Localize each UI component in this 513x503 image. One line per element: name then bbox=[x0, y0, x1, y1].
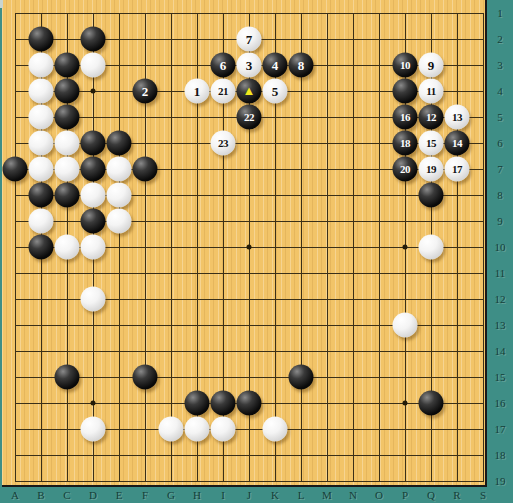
move-number-label: 4 bbox=[272, 59, 279, 72]
grid-line bbox=[353, 13, 354, 482]
stone-white bbox=[29, 105, 54, 130]
stone-black bbox=[81, 131, 106, 156]
move-number-label: 5 bbox=[272, 85, 279, 98]
stone-white: 23 bbox=[211, 131, 236, 156]
move-number-label: 23 bbox=[218, 138, 228, 149]
stone-white bbox=[29, 79, 54, 104]
stone-black: 8 bbox=[289, 53, 314, 78]
stone-white bbox=[81, 235, 106, 260]
move-number-label: 6 bbox=[220, 59, 227, 72]
stone-white: 3 bbox=[237, 53, 262, 78]
stone-white bbox=[263, 417, 288, 442]
stone-white bbox=[81, 183, 106, 208]
column-label: O bbox=[366, 489, 392, 501]
stone-white bbox=[419, 235, 444, 260]
column-label: J bbox=[236, 489, 262, 501]
grid-line bbox=[15, 351, 484, 352]
column-label: F bbox=[132, 489, 158, 501]
move-number-label: 20 bbox=[400, 164, 410, 175]
stone-white: 17 bbox=[445, 157, 470, 182]
move-number-label: 3 bbox=[246, 59, 253, 72]
row-label: 15 bbox=[487, 371, 513, 383]
stone-black: 2 bbox=[133, 79, 158, 104]
go-diagram-window: 763481092121▲5112216121323181514201917 1… bbox=[0, 0, 513, 503]
column-label: E bbox=[106, 489, 132, 501]
stone-white: 13 bbox=[445, 105, 470, 130]
stone-white bbox=[55, 157, 80, 182]
stone-black bbox=[419, 183, 444, 208]
move-number-label: 1 bbox=[194, 85, 201, 98]
stone-black: 10 bbox=[393, 53, 418, 78]
stone-white bbox=[81, 287, 106, 312]
stone-black: 22 bbox=[237, 105, 262, 130]
row-label: 13 bbox=[487, 319, 513, 331]
stone-white bbox=[29, 209, 54, 234]
stone-white: 19 bbox=[419, 157, 444, 182]
column-label: I bbox=[210, 489, 236, 501]
grid-line bbox=[327, 13, 328, 482]
row-label: 1 bbox=[487, 7, 513, 19]
row-label: 16 bbox=[487, 397, 513, 409]
stone-white bbox=[55, 131, 80, 156]
stone-black bbox=[419, 391, 444, 416]
stone-white bbox=[185, 417, 210, 442]
stone-black bbox=[55, 79, 80, 104]
column-label: Q bbox=[418, 489, 444, 501]
stone-white bbox=[29, 53, 54, 78]
stone-black bbox=[55, 183, 80, 208]
column-label: B bbox=[28, 489, 54, 501]
stone-black bbox=[29, 27, 54, 52]
go-board[interactable]: 763481092121▲5112216121323181514201917 bbox=[2, 0, 487, 487]
move-number-label: 13 bbox=[452, 112, 462, 123]
stone-white: 9 bbox=[419, 53, 444, 78]
stone-black: 12 bbox=[419, 105, 444, 130]
move-number-label: 17 bbox=[452, 164, 462, 175]
grid-line bbox=[483, 13, 484, 482]
column-label: A bbox=[2, 489, 28, 501]
stone-black: ▲ bbox=[237, 79, 262, 104]
stone-black bbox=[289, 365, 314, 390]
column-label: L bbox=[288, 489, 314, 501]
star-point bbox=[91, 401, 96, 406]
move-number-label: 8 bbox=[298, 59, 305, 72]
move-number-label: 14 bbox=[452, 138, 462, 149]
stone-white bbox=[107, 183, 132, 208]
stone-black bbox=[81, 157, 106, 182]
column-label: S bbox=[470, 489, 496, 501]
grid-line bbox=[15, 377, 484, 378]
row-label: 4 bbox=[487, 85, 513, 97]
stone-black bbox=[55, 53, 80, 78]
stone-black bbox=[3, 157, 28, 182]
column-label: N bbox=[340, 489, 366, 501]
stone-white: 11 bbox=[419, 79, 444, 104]
row-label: 19 bbox=[487, 475, 513, 487]
star-point bbox=[403, 401, 408, 406]
move-number-label: 18 bbox=[400, 138, 410, 149]
stone-black bbox=[185, 391, 210, 416]
grid-line bbox=[457, 13, 458, 482]
stone-black bbox=[211, 391, 236, 416]
stone-black: 14 bbox=[445, 131, 470, 156]
row-label: 17 bbox=[487, 423, 513, 435]
row-label: 6 bbox=[487, 137, 513, 149]
stone-black bbox=[133, 157, 158, 182]
row-label: 11 bbox=[487, 267, 513, 279]
stone-white: 1 bbox=[185, 79, 210, 104]
stone-white bbox=[159, 417, 184, 442]
column-label: R bbox=[444, 489, 470, 501]
move-number-label: 19 bbox=[426, 164, 436, 175]
move-number-label: 7 bbox=[246, 33, 253, 46]
grid-line bbox=[15, 455, 484, 456]
column-label: P bbox=[392, 489, 418, 501]
stone-black bbox=[237, 391, 262, 416]
stone-black bbox=[81, 209, 106, 234]
column-label: C bbox=[54, 489, 80, 501]
stone-white: 5 bbox=[263, 79, 288, 104]
stone-white bbox=[107, 209, 132, 234]
grid-line bbox=[15, 273, 484, 274]
stone-white: 7 bbox=[237, 27, 262, 52]
stone-black bbox=[55, 105, 80, 130]
move-number-label: 15 bbox=[426, 138, 436, 149]
move-number-label: 10 bbox=[400, 60, 410, 71]
grid-line bbox=[379, 13, 380, 482]
row-label: 9 bbox=[487, 215, 513, 227]
row-label: 12 bbox=[487, 293, 513, 305]
row-label: 5 bbox=[487, 111, 513, 123]
corner-artifact bbox=[0, 0, 3, 8]
column-label: H bbox=[184, 489, 210, 501]
stone-black bbox=[29, 235, 54, 260]
row-label: 7 bbox=[487, 163, 513, 175]
move-number-label: 11 bbox=[426, 86, 435, 97]
stone-black: 18 bbox=[393, 131, 418, 156]
stone-black bbox=[55, 365, 80, 390]
stone-white: 21 bbox=[211, 79, 236, 104]
stone-black: 4 bbox=[263, 53, 288, 78]
column-label: D bbox=[80, 489, 106, 501]
triangle-marker: ▲ bbox=[243, 84, 256, 97]
move-number-label: 12 bbox=[426, 112, 436, 123]
move-number-label: 22 bbox=[244, 112, 254, 123]
stone-white bbox=[211, 417, 236, 442]
row-label: 8 bbox=[487, 189, 513, 201]
stone-white bbox=[81, 417, 106, 442]
stone-black: 16 bbox=[393, 105, 418, 130]
move-number-label: 9 bbox=[428, 59, 435, 72]
grid-line bbox=[301, 13, 302, 482]
stone-white bbox=[81, 53, 106, 78]
column-label: M bbox=[314, 489, 340, 501]
row-label: 3 bbox=[487, 59, 513, 71]
stone-white: 15 bbox=[419, 131, 444, 156]
stone-black: 6 bbox=[211, 53, 236, 78]
row-label: 14 bbox=[487, 345, 513, 357]
move-number-label: 16 bbox=[400, 112, 410, 123]
stone-black bbox=[107, 131, 132, 156]
column-label: K bbox=[262, 489, 288, 501]
column-label: G bbox=[158, 489, 184, 501]
move-number-label: 21 bbox=[218, 86, 228, 97]
star-point bbox=[91, 89, 96, 94]
stone-white bbox=[29, 157, 54, 182]
star-point bbox=[247, 245, 252, 250]
stone-black bbox=[81, 27, 106, 52]
row-label: 10 bbox=[487, 241, 513, 253]
row-label: 18 bbox=[487, 449, 513, 461]
stone-black: 20 bbox=[393, 157, 418, 182]
stone-black bbox=[29, 183, 54, 208]
star-point bbox=[403, 245, 408, 250]
move-number-label: 2 bbox=[142, 85, 149, 98]
row-label: 2 bbox=[487, 33, 513, 45]
stone-white bbox=[55, 235, 80, 260]
stone-black bbox=[393, 79, 418, 104]
grid-line bbox=[15, 481, 484, 482]
stone-black bbox=[133, 365, 158, 390]
stone-white bbox=[393, 313, 418, 338]
stone-white bbox=[29, 131, 54, 156]
stone-white bbox=[107, 157, 132, 182]
